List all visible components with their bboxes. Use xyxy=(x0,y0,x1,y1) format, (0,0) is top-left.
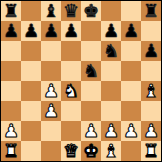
square-f5[interactable] xyxy=(101,61,121,81)
square-h7[interactable] xyxy=(141,21,161,41)
square-h1[interactable]: ♜ xyxy=(141,141,161,161)
square-g3[interactable] xyxy=(121,101,141,121)
square-b8[interactable] xyxy=(21,1,41,21)
square-h4[interactable]: ♝ xyxy=(141,81,161,101)
piece-white-rook[interactable]: ♜ xyxy=(3,141,19,161)
chess-board-frame: ♜♝♛♚♜♟♟♟♟♟♟♞♟♞♟♞♝♟♟♟♟♟♟♜♛♚♝♜ xyxy=(1,1,161,161)
piece-black-pawn[interactable]: ♟ xyxy=(43,21,59,41)
piece-white-pawn[interactable]: ♟ xyxy=(43,101,59,121)
square-e6[interactable] xyxy=(81,41,101,61)
square-c8[interactable]: ♝ xyxy=(41,1,61,21)
square-e8[interactable]: ♚ xyxy=(81,1,101,21)
square-g6[interactable] xyxy=(121,41,141,61)
square-g1[interactable] xyxy=(121,141,141,161)
piece-black-queen[interactable]: ♛ xyxy=(63,1,79,21)
square-d5[interactable] xyxy=(61,61,81,81)
square-f7[interactable]: ♟ xyxy=(101,21,121,41)
square-f6[interactable]: ♞ xyxy=(101,41,121,61)
square-f1[interactable]: ♝ xyxy=(101,141,121,161)
piece-white-queen[interactable]: ♛ xyxy=(63,141,79,161)
square-f4[interactable] xyxy=(101,81,121,101)
square-a2[interactable]: ♟ xyxy=(1,121,21,141)
piece-black-king[interactable]: ♚ xyxy=(83,1,99,21)
piece-black-pawn[interactable]: ♟ xyxy=(63,21,79,41)
square-g4[interactable] xyxy=(121,81,141,101)
piece-black-rook[interactable]: ♜ xyxy=(143,1,159,21)
chess-board: ♜♝♛♚♜♟♟♟♟♟♟♞♟♞♟♞♝♟♟♟♟♟♟♜♛♚♝♜ xyxy=(1,1,161,161)
square-b4[interactable] xyxy=(21,81,41,101)
square-g7[interactable]: ♟ xyxy=(121,21,141,41)
square-c6[interactable] xyxy=(41,41,61,61)
piece-white-rook[interactable]: ♜ xyxy=(143,141,159,161)
piece-black-pawn[interactable]: ♟ xyxy=(103,21,119,41)
square-d3[interactable] xyxy=(61,101,81,121)
piece-black-pawn[interactable]: ♟ xyxy=(3,21,19,41)
square-g5[interactable] xyxy=(121,61,141,81)
square-d1[interactable]: ♛ xyxy=(61,141,81,161)
square-d6[interactable] xyxy=(61,41,81,61)
square-a4[interactable] xyxy=(1,81,21,101)
square-e1[interactable]: ♚ xyxy=(81,141,101,161)
square-b3[interactable] xyxy=(21,101,41,121)
square-c4[interactable]: ♟ xyxy=(41,81,61,101)
piece-white-pawn[interactable]: ♟ xyxy=(43,81,59,101)
piece-white-bishop[interactable]: ♝ xyxy=(143,81,159,101)
piece-white-pawn[interactable]: ♟ xyxy=(103,121,119,141)
piece-black-knight[interactable]: ♞ xyxy=(83,61,99,81)
square-e5[interactable]: ♞ xyxy=(81,61,101,81)
piece-black-pawn[interactable]: ♟ xyxy=(143,41,159,61)
square-b6[interactable] xyxy=(21,41,41,61)
square-h5[interactable] xyxy=(141,61,161,81)
square-b7[interactable]: ♟ xyxy=(21,21,41,41)
piece-white-pawn[interactable]: ♟ xyxy=(143,121,159,141)
square-b2[interactable] xyxy=(21,121,41,141)
piece-white-pawn[interactable]: ♟ xyxy=(123,121,139,141)
square-h2[interactable]: ♟ xyxy=(141,121,161,141)
square-e2[interactable]: ♟ xyxy=(81,121,101,141)
piece-black-bishop[interactable]: ♝ xyxy=(43,1,59,21)
square-g2[interactable]: ♟ xyxy=(121,121,141,141)
piece-black-knight[interactable]: ♞ xyxy=(103,41,119,61)
square-e3[interactable] xyxy=(81,101,101,121)
square-a1[interactable]: ♜ xyxy=(1,141,21,161)
square-h8[interactable]: ♜ xyxy=(141,1,161,21)
square-b1[interactable] xyxy=(21,141,41,161)
square-c3[interactable]: ♟ xyxy=(41,101,61,121)
piece-white-pawn[interactable]: ♟ xyxy=(83,121,99,141)
square-a6[interactable] xyxy=(1,41,21,61)
piece-black-rook[interactable]: ♜ xyxy=(3,1,19,21)
piece-white-pawn[interactable]: ♟ xyxy=(3,121,19,141)
square-f2[interactable]: ♟ xyxy=(101,121,121,141)
square-a3[interactable] xyxy=(1,101,21,121)
square-c1[interactable] xyxy=(41,141,61,161)
square-c5[interactable] xyxy=(41,61,61,81)
piece-black-pawn[interactable]: ♟ xyxy=(23,21,39,41)
square-c2[interactable] xyxy=(41,121,61,141)
square-h3[interactable] xyxy=(141,101,161,121)
square-h6[interactable]: ♟ xyxy=(141,41,161,61)
square-g8[interactable] xyxy=(121,1,141,21)
square-a5[interactable] xyxy=(1,61,21,81)
square-e7[interactable] xyxy=(81,21,101,41)
square-f3[interactable] xyxy=(101,101,121,121)
square-d2[interactable] xyxy=(61,121,81,141)
square-c7[interactable]: ♟ xyxy=(41,21,61,41)
piece-black-pawn[interactable]: ♟ xyxy=(123,21,139,41)
square-b5[interactable] xyxy=(21,61,41,81)
piece-white-knight[interactable]: ♞ xyxy=(63,81,79,101)
square-a8[interactable]: ♜ xyxy=(1,1,21,21)
square-a7[interactable]: ♟ xyxy=(1,21,21,41)
square-e4[interactable] xyxy=(81,81,101,101)
square-f8[interactable] xyxy=(101,1,121,21)
square-d8[interactable]: ♛ xyxy=(61,1,81,21)
piece-white-king[interactable]: ♚ xyxy=(83,141,99,161)
square-d4[interactable]: ♞ xyxy=(61,81,81,101)
square-d7[interactable]: ♟ xyxy=(61,21,81,41)
piece-white-bishop[interactable]: ♝ xyxy=(103,141,119,161)
